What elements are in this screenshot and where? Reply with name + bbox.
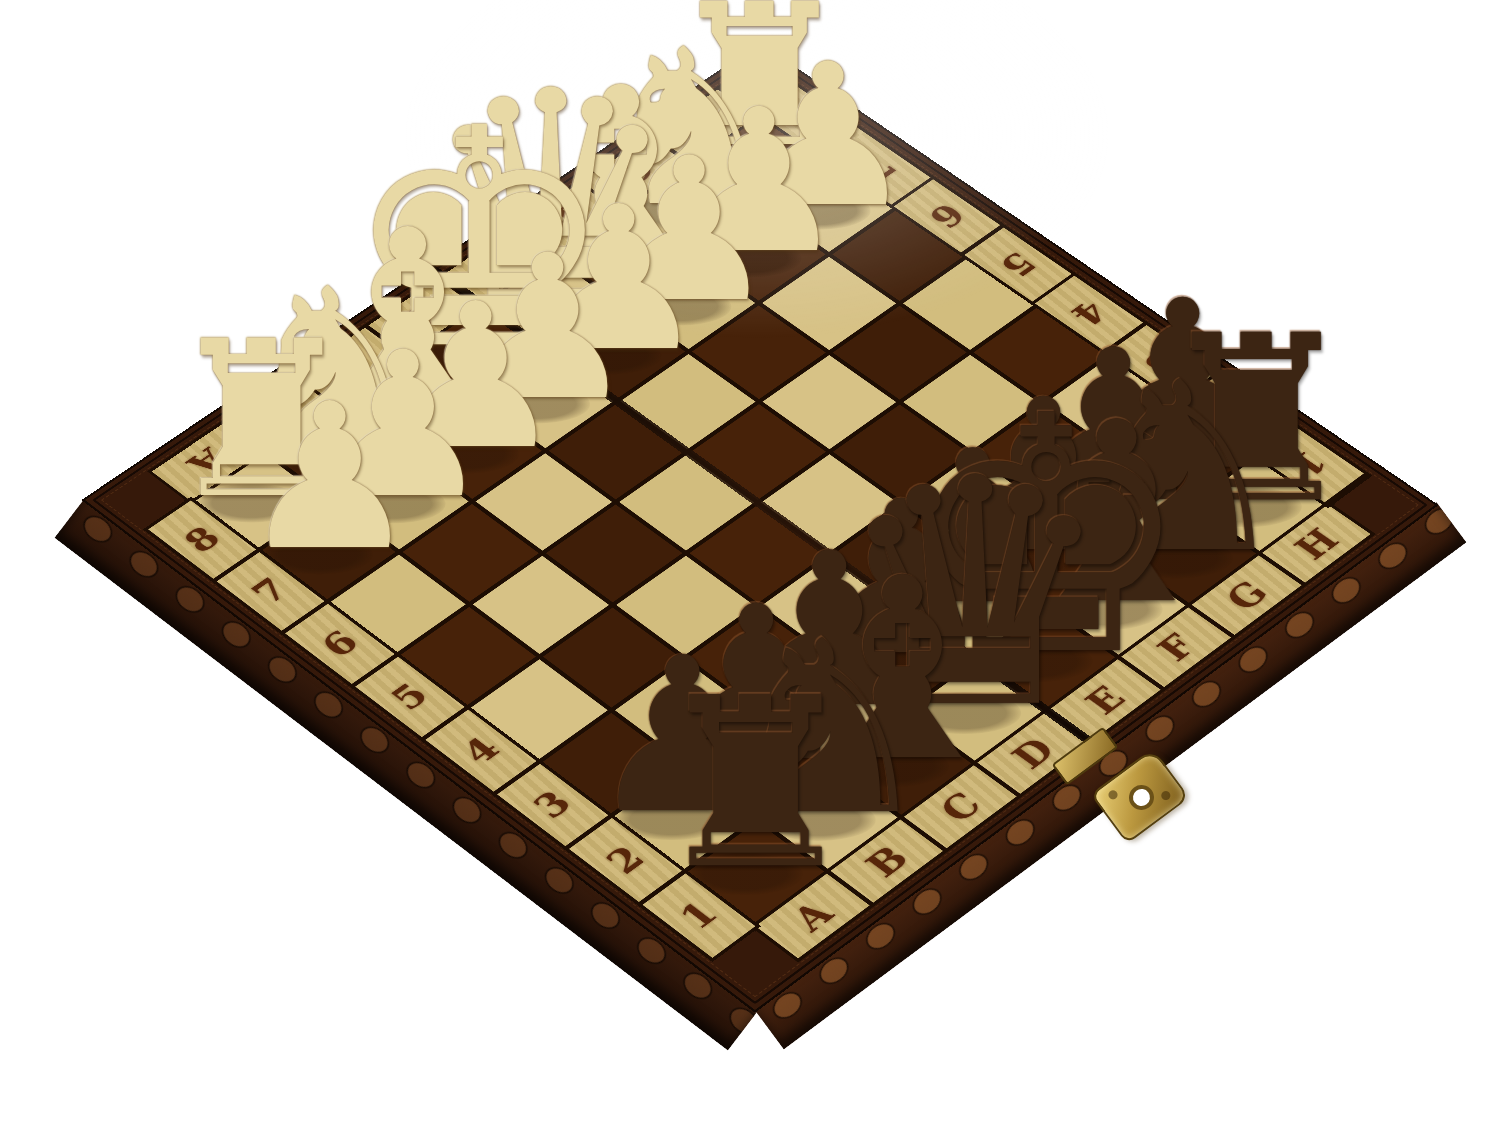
product-photo: ABCDEFGH ABCDEFGH 87654321 87654321 ♜♞♟♝… <box>0 0 1500 1126</box>
pieces-layer: ♜♞♟♝♟♛♟♚♟♝♟♞♟♟♜♟♟♜♟♟♞♟♝♟♚♟♛♟♝♟♞♜ <box>0 0 1500 1126</box>
piece-light-pawn-a7[interactable]: ♟ <box>239 377 419 578</box>
piece-dark-rook-a1[interactable]: ♜ <box>651 667 861 902</box>
